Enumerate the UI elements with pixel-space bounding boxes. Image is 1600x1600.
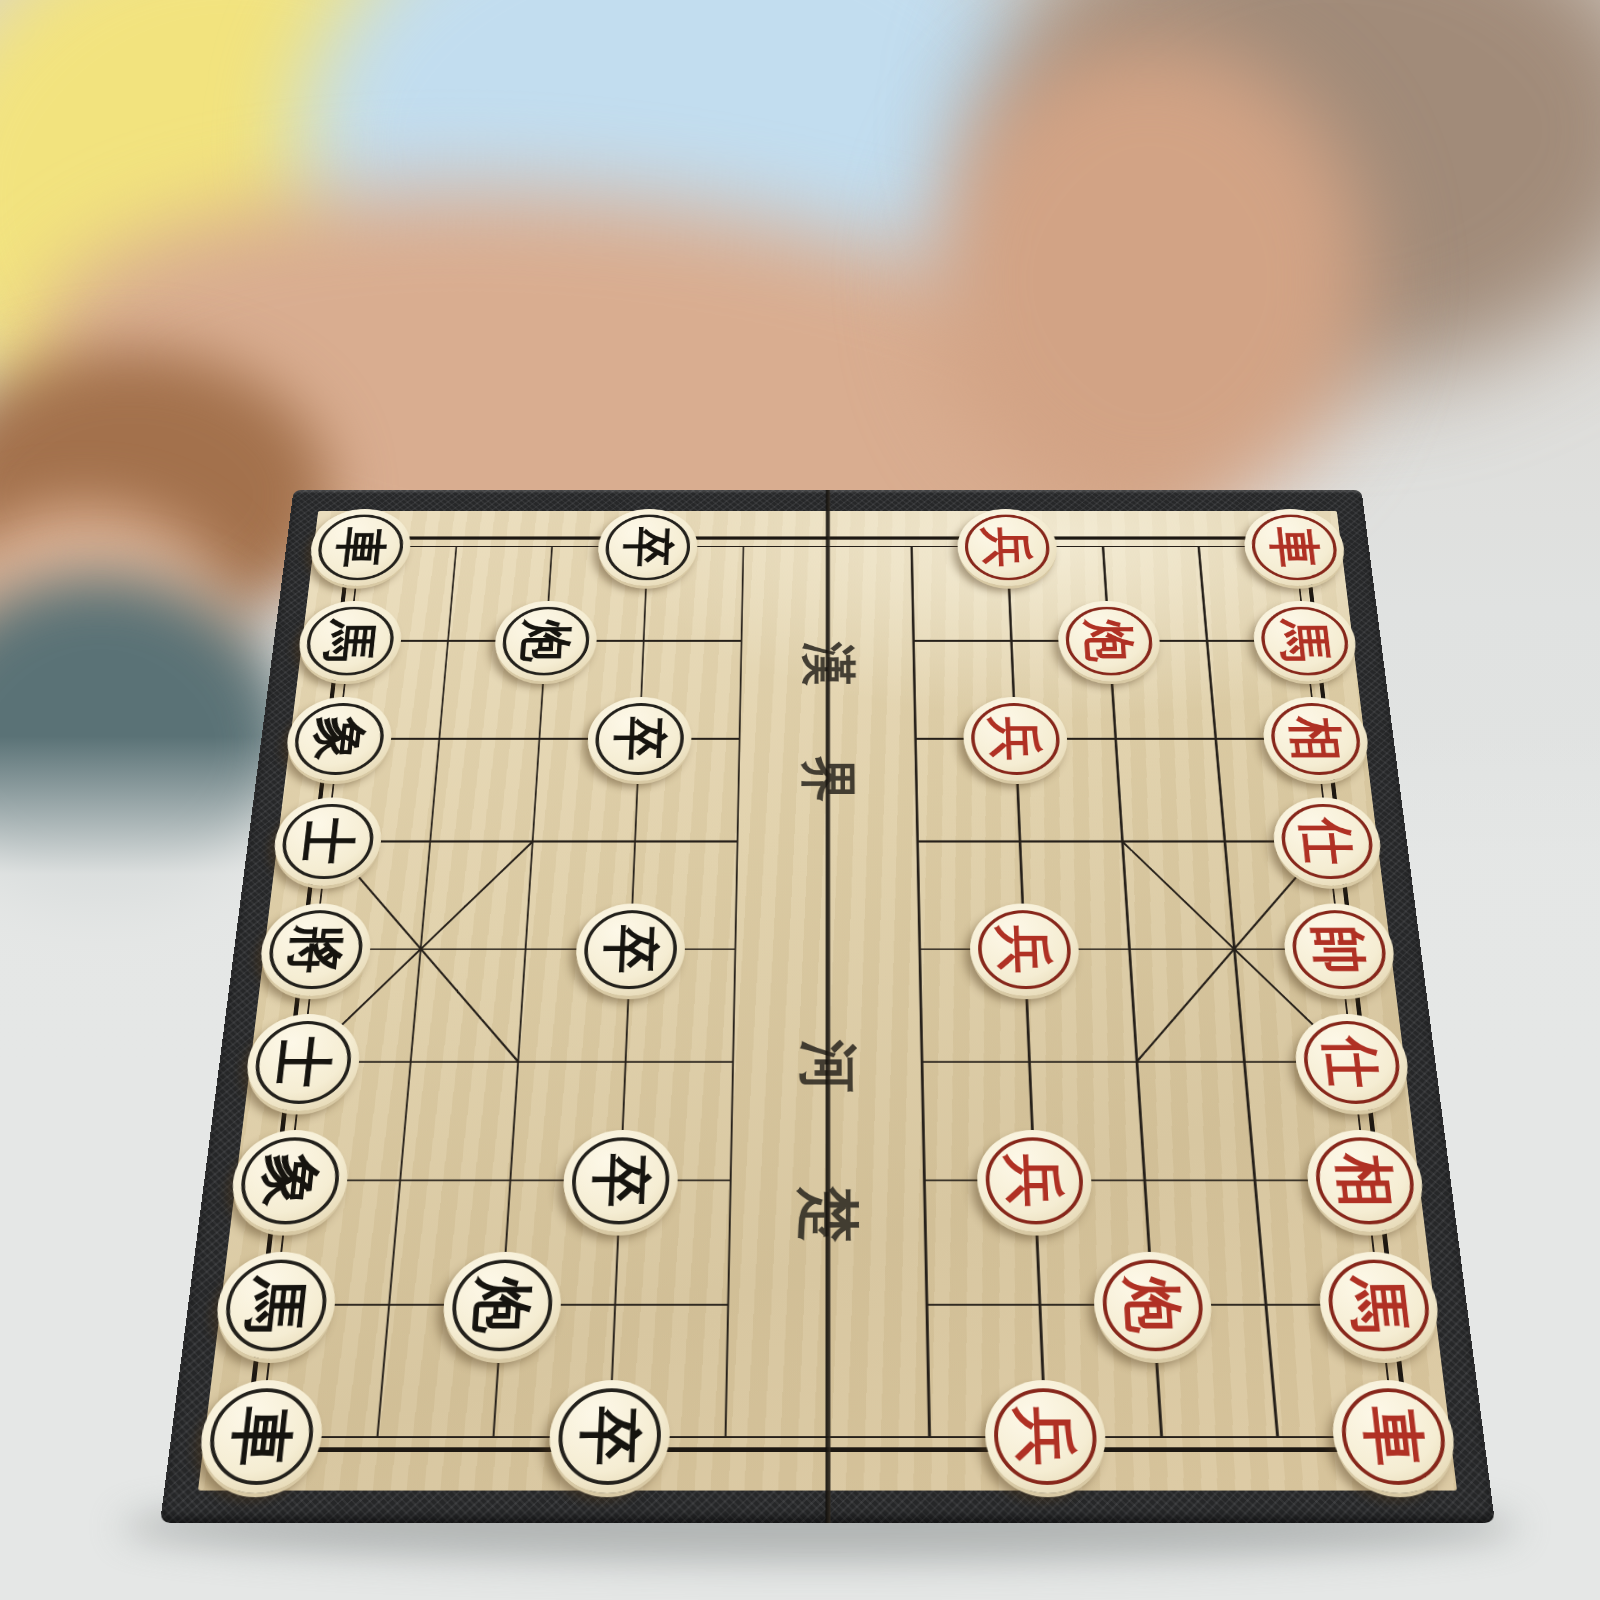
piece-character: 兵 bbox=[987, 717, 1043, 761]
grid-horizontal-line bbox=[328, 841, 738, 843]
piece-black-horse[interactable]: 馬 bbox=[295, 601, 405, 682]
piece-character: 兵 bbox=[995, 925, 1054, 974]
background-blur-blue-clothing bbox=[300, 0, 1080, 420]
piece-character: 象 bbox=[310, 717, 369, 761]
piece-character: 相 bbox=[1332, 1154, 1398, 1208]
piece-black-soldier[interactable]: 卒 bbox=[596, 509, 698, 586]
piece-character: 卒 bbox=[611, 717, 667, 761]
scene: 漢界河楚 車卒兵車馬炮炮馬象卒兵相士仕將卒兵帥士仕象卒兵相馬炮炮馬車卒兵車 bbox=[0, 0, 1600, 1600]
background-blur-yellow-shirt bbox=[0, 0, 550, 490]
piece-red-chariot[interactable]: 車 bbox=[1328, 1380, 1461, 1493]
piece-character: 車 bbox=[227, 1407, 297, 1466]
piece-character: 帥 bbox=[1308, 925, 1370, 974]
piece-character: 相 bbox=[1286, 717, 1345, 761]
piece-character: 兵 bbox=[980, 527, 1034, 567]
piece-black-horse[interactable]: 馬 bbox=[211, 1252, 340, 1359]
piece-black-elephant[interactable]: 象 bbox=[282, 697, 395, 781]
piece-character: 車 bbox=[1359, 1407, 1429, 1466]
piece-character: 車 bbox=[332, 527, 388, 567]
piece-red-elephant[interactable]: 相 bbox=[1260, 697, 1373, 781]
piece-red-chariot[interactable]: 車 bbox=[1241, 509, 1349, 586]
piece-black-elephant[interactable]: 象 bbox=[227, 1130, 352, 1232]
piece-character: 炮 bbox=[1081, 620, 1137, 662]
piece-character: 兵 bbox=[1004, 1154, 1066, 1208]
piece-character: 士 bbox=[271, 1036, 335, 1087]
piece-black-chariot[interactable]: 車 bbox=[195, 1380, 328, 1493]
piece-character: 仕 bbox=[1320, 1036, 1384, 1087]
piece-black-general[interactable]: 將 bbox=[256, 903, 375, 996]
grid-horizontal-line bbox=[303, 1061, 733, 1063]
grid-horizontal-line bbox=[922, 1061, 1352, 1063]
piece-character: 卒 bbox=[601, 925, 660, 974]
piece-black-advisor[interactable]: 士 bbox=[242, 1014, 364, 1111]
piece-black-soldier[interactable]: 卒 bbox=[547, 1380, 672, 1493]
piece-character: 卒 bbox=[621, 527, 675, 567]
piece-red-soldier[interactable]: 兵 bbox=[976, 1130, 1094, 1232]
piece-red-soldier[interactable]: 兵 bbox=[969, 903, 1081, 996]
piece-black-soldier[interactable]: 卒 bbox=[561, 1130, 679, 1232]
piece-character: 卒 bbox=[589, 1154, 651, 1208]
background-blur-hand bbox=[930, 40, 1370, 520]
piece-red-soldier[interactable]: 兵 bbox=[957, 509, 1059, 586]
piece-red-advisor[interactable]: 仕 bbox=[1291, 1014, 1413, 1111]
piece-character: 車 bbox=[1266, 527, 1322, 567]
piece-black-advisor[interactable]: 士 bbox=[270, 798, 386, 886]
piece-black-soldier[interactable]: 卒 bbox=[586, 697, 693, 781]
piece-black-cannon[interactable]: 炮 bbox=[492, 601, 598, 682]
piece-black-chariot[interactable]: 車 bbox=[307, 509, 415, 586]
piece-red-elephant[interactable]: 相 bbox=[1303, 1130, 1428, 1232]
piece-red-horse[interactable]: 馬 bbox=[1315, 1252, 1444, 1359]
piece-character: 仕 bbox=[1297, 818, 1358, 864]
piece-character: 馬 bbox=[321, 620, 379, 662]
piece-black-soldier[interactable]: 卒 bbox=[574, 903, 686, 996]
piece-red-cannon[interactable]: 炮 bbox=[1091, 1252, 1215, 1359]
grid-vertical-line bbox=[910, 547, 930, 1436]
piece-character: 馬 bbox=[1276, 620, 1334, 662]
piece-red-advisor[interactable]: 仕 bbox=[1270, 798, 1386, 886]
piece-character: 炮 bbox=[518, 620, 574, 662]
piece-character: 兵 bbox=[1013, 1407, 1078, 1466]
piece-character: 將 bbox=[285, 925, 347, 974]
background-blur-hair bbox=[990, 0, 1600, 380]
piece-red-horse[interactable]: 馬 bbox=[1250, 601, 1360, 682]
piece-character: 象 bbox=[257, 1154, 323, 1208]
piece-character: 炮 bbox=[1120, 1277, 1185, 1333]
piece-character: 馬 bbox=[1345, 1277, 1413, 1333]
piece-character: 士 bbox=[297, 818, 358, 864]
piece-character: 馬 bbox=[242, 1277, 310, 1333]
piece-red-soldier[interactable]: 兵 bbox=[962, 697, 1069, 781]
grid-vertical-line bbox=[724, 547, 744, 1436]
xiangqi-board: 漢界河楚 車卒兵車馬炮炮馬象卒兵相士仕將卒兵帥士仕象卒兵相馬炮炮馬車卒兵車 bbox=[160, 490, 1495, 1523]
piece-red-soldier[interactable]: 兵 bbox=[984, 1380, 1109, 1493]
piece-character: 炮 bbox=[470, 1277, 535, 1333]
piece-red-cannon[interactable]: 炮 bbox=[1056, 601, 1162, 682]
piece-character: 卒 bbox=[577, 1407, 642, 1466]
piece-red-general[interactable]: 帥 bbox=[1280, 903, 1399, 996]
grid-horizontal-line bbox=[917, 841, 1327, 843]
piece-black-cannon[interactable]: 炮 bbox=[440, 1252, 564, 1359]
board-fold-seam bbox=[825, 490, 830, 1523]
